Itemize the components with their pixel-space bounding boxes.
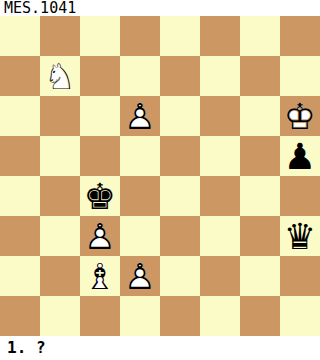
square-e7[interactable] [160, 56, 200, 96]
piece-white-bishop: ♗ [80, 256, 120, 296]
square-c5[interactable] [80, 136, 120, 176]
square-c6[interactable] [80, 96, 120, 136]
square-b6[interactable] [40, 96, 80, 136]
square-a4[interactable] [0, 176, 40, 216]
square-e8[interactable] [160, 16, 200, 56]
piece-white-pawn: ♙ [80, 216, 120, 256]
square-b1[interactable] [40, 296, 80, 336]
piece-white-knight: ♘ [40, 56, 80, 96]
square-h5[interactable]: ♟ [280, 136, 320, 176]
square-b8[interactable] [40, 16, 80, 56]
piece-black-pawn: ♟ [280, 136, 320, 176]
square-b2[interactable] [40, 256, 80, 296]
piece-white-king: ♔ [280, 96, 320, 136]
square-e3[interactable] [160, 216, 200, 256]
square-c2[interactable]: ♝♗ [80, 256, 120, 296]
problem-title: MES.1041 [0, 0, 320, 16]
square-d6[interactable]: ♟♙ [120, 96, 160, 136]
square-d2[interactable]: ♟♙ [120, 256, 160, 296]
square-h2[interactable] [280, 256, 320, 296]
square-d5[interactable] [120, 136, 160, 176]
square-g7[interactable] [240, 56, 280, 96]
white-pawn-fill: ♟ [120, 96, 160, 136]
square-e2[interactable] [160, 256, 200, 296]
square-h3[interactable]: ♛ [280, 216, 320, 256]
square-a1[interactable] [0, 296, 40, 336]
square-g2[interactable] [240, 256, 280, 296]
chess-board: ♞♘♟♙♚♔♟♚♟♙♛♝♗♟♙ [0, 16, 320, 336]
square-h7[interactable] [280, 56, 320, 96]
square-f3[interactable] [200, 216, 240, 256]
square-b5[interactable] [40, 136, 80, 176]
square-f8[interactable] [200, 16, 240, 56]
square-f5[interactable] [200, 136, 240, 176]
square-e4[interactable] [160, 176, 200, 216]
square-h8[interactable] [280, 16, 320, 56]
square-h6[interactable]: ♚♔ [280, 96, 320, 136]
square-g5[interactable] [240, 136, 280, 176]
square-a2[interactable] [0, 256, 40, 296]
square-e5[interactable] [160, 136, 200, 176]
piece-white-pawn: ♙ [120, 256, 160, 296]
piece-black-king: ♚ [80, 176, 120, 216]
square-f2[interactable] [200, 256, 240, 296]
piece-black-queen: ♛ [280, 216, 320, 256]
square-a8[interactable] [0, 16, 40, 56]
square-g6[interactable] [240, 96, 280, 136]
square-a5[interactable] [0, 136, 40, 176]
square-a3[interactable] [0, 216, 40, 256]
square-c8[interactable] [80, 16, 120, 56]
square-f1[interactable] [200, 296, 240, 336]
square-b4[interactable] [40, 176, 80, 216]
square-d3[interactable] [120, 216, 160, 256]
square-c4[interactable]: ♚ [80, 176, 120, 216]
white-pawn-fill: ♟ [120, 256, 160, 296]
square-d8[interactable] [120, 16, 160, 56]
square-f6[interactable] [200, 96, 240, 136]
piece-white-pawn: ♙ [120, 96, 160, 136]
square-g3[interactable] [240, 216, 280, 256]
square-d7[interactable] [120, 56, 160, 96]
square-c3[interactable]: ♟♙ [80, 216, 120, 256]
white-knight-fill: ♞ [40, 56, 80, 96]
square-b3[interactable] [40, 216, 80, 256]
square-d4[interactable] [120, 176, 160, 216]
square-g8[interactable] [240, 16, 280, 56]
square-h4[interactable] [280, 176, 320, 216]
white-king-fill: ♚ [280, 96, 320, 136]
square-g4[interactable] [240, 176, 280, 216]
square-f4[interactable] [200, 176, 240, 216]
square-h1[interactable] [280, 296, 320, 336]
white-bishop-fill: ♝ [80, 256, 120, 296]
square-d1[interactable] [120, 296, 160, 336]
square-a7[interactable] [0, 56, 40, 96]
square-e6[interactable] [160, 96, 200, 136]
square-f7[interactable] [200, 56, 240, 96]
square-e1[interactable] [160, 296, 200, 336]
square-c7[interactable] [80, 56, 120, 96]
square-a6[interactable] [0, 96, 40, 136]
square-g1[interactable] [240, 296, 280, 336]
white-pawn-fill: ♟ [80, 216, 120, 256]
move-prompt: 1. ? [0, 336, 320, 360]
square-b7[interactable]: ♞♘ [40, 56, 80, 96]
square-c1[interactable] [80, 296, 120, 336]
